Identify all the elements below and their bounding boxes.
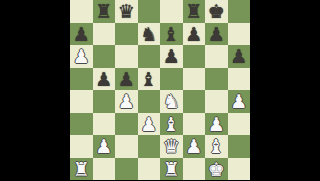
- square-b1[interactable]: [93, 158, 116, 181]
- square-g7[interactable]: ♟: [205, 23, 228, 46]
- square-c8[interactable]: ♛: [115, 0, 138, 23]
- square-g5[interactable]: [205, 68, 228, 91]
- piece-black-queen[interactable]: ♛: [118, 0, 135, 23]
- square-g1[interactable]: ♚: [205, 158, 228, 181]
- square-h1[interactable]: [228, 158, 251, 181]
- square-b4[interactable]: [93, 90, 116, 113]
- square-f1[interactable]: [183, 158, 206, 181]
- piece-black-pawn[interactable]: ♟: [163, 45, 180, 68]
- square-e2[interactable]: ♛: [160, 135, 183, 158]
- square-e6[interactable]: ♟: [160, 45, 183, 68]
- square-e3[interactable]: ♝: [160, 113, 183, 136]
- square-a2[interactable]: [70, 135, 93, 158]
- square-d7[interactable]: ♞: [138, 23, 161, 46]
- square-a6[interactable]: ♟: [70, 45, 93, 68]
- piece-black-pawn[interactable]: ♟: [118, 68, 135, 91]
- piece-white-pawn[interactable]: ♟: [118, 90, 135, 113]
- piece-black-pawn[interactable]: ♟: [73, 23, 90, 46]
- square-d6[interactable]: [138, 45, 161, 68]
- square-d8[interactable]: [138, 0, 161, 23]
- square-f7[interactable]: ♟: [183, 23, 206, 46]
- piece-white-bishop[interactable]: ♝: [163, 113, 180, 136]
- square-h7[interactable]: [228, 23, 251, 46]
- square-c6[interactable]: [115, 45, 138, 68]
- square-a7[interactable]: ♟: [70, 23, 93, 46]
- square-b2[interactable]: ♟: [93, 135, 116, 158]
- square-e7[interactable]: ♝: [160, 23, 183, 46]
- piece-white-knight[interactable]: ♞: [163, 90, 180, 113]
- square-h5[interactable]: [228, 68, 251, 91]
- piece-white-pawn[interactable]: ♟: [230, 90, 247, 113]
- square-d2[interactable]: [138, 135, 161, 158]
- square-a1[interactable]: ♜: [70, 158, 93, 181]
- piece-white-rook[interactable]: ♜: [73, 158, 90, 181]
- piece-black-bishop[interactable]: ♝: [140, 68, 157, 91]
- square-c3[interactable]: [115, 113, 138, 136]
- square-d1[interactable]: [138, 158, 161, 181]
- square-h3[interactable]: [228, 113, 251, 136]
- square-c4[interactable]: ♟: [115, 90, 138, 113]
- piece-black-bishop[interactable]: ♝: [163, 23, 180, 46]
- square-g4[interactable]: [205, 90, 228, 113]
- piece-white-pawn[interactable]: ♟: [208, 113, 225, 136]
- square-e5[interactable]: [160, 68, 183, 91]
- piece-white-pawn[interactable]: ♟: [185, 135, 202, 158]
- piece-white-pawn[interactable]: ♟: [95, 135, 112, 158]
- square-c1[interactable]: [115, 158, 138, 181]
- square-a4[interactable]: [70, 90, 93, 113]
- square-c2[interactable]: [115, 135, 138, 158]
- piece-white-king[interactable]: ♚: [208, 158, 225, 181]
- square-g3[interactable]: ♟: [205, 113, 228, 136]
- piece-white-rook[interactable]: ♜: [163, 158, 180, 181]
- piece-black-pawn[interactable]: ♟: [230, 45, 247, 68]
- square-g6[interactable]: [205, 45, 228, 68]
- square-b7[interactable]: [93, 23, 116, 46]
- square-b3[interactable]: [93, 113, 116, 136]
- square-a8[interactable]: [70, 0, 93, 23]
- square-h8[interactable]: [228, 0, 251, 23]
- square-a5[interactable]: [70, 68, 93, 91]
- piece-black-pawn[interactable]: ♟: [208, 23, 225, 46]
- square-c7[interactable]: [115, 23, 138, 46]
- piece-black-rook[interactable]: ♜: [185, 0, 202, 23]
- square-d5[interactable]: ♝: [138, 68, 161, 91]
- square-f5[interactable]: [183, 68, 206, 91]
- square-h2[interactable]: [228, 135, 251, 158]
- square-f4[interactable]: [183, 90, 206, 113]
- piece-white-bishop[interactable]: ♝: [208, 135, 225, 158]
- square-e4[interactable]: ♞: [160, 90, 183, 113]
- piece-black-rook[interactable]: ♜: [95, 0, 112, 23]
- piece-black-knight[interactable]: ♞: [140, 23, 157, 46]
- chess-board: ♜♛♜♚♟♞♝♟♟♟♟♟♟♟♝♟♞♟♟♝♟♟♛♟♝♜♜♚: [70, 0, 250, 180]
- square-g8[interactable]: ♚: [205, 0, 228, 23]
- piece-black-pawn[interactable]: ♟: [185, 23, 202, 46]
- square-a3[interactable]: [70, 113, 93, 136]
- square-c5[interactable]: ♟: [115, 68, 138, 91]
- square-b5[interactable]: ♟: [93, 68, 116, 91]
- square-e1[interactable]: ♜: [160, 158, 183, 181]
- square-f6[interactable]: [183, 45, 206, 68]
- square-e8[interactable]: [160, 0, 183, 23]
- square-d3[interactable]: ♟: [138, 113, 161, 136]
- piece-black-king[interactable]: ♚: [208, 0, 225, 23]
- square-b6[interactable]: [93, 45, 116, 68]
- square-f2[interactable]: ♟: [183, 135, 206, 158]
- square-h4[interactable]: ♟: [228, 90, 251, 113]
- square-b8[interactable]: ♜: [93, 0, 116, 23]
- piece-white-pawn[interactable]: ♟: [140, 113, 157, 136]
- square-g2[interactable]: ♝: [205, 135, 228, 158]
- piece-white-pawn[interactable]: ♟: [73, 45, 90, 68]
- square-h6[interactable]: ♟: [228, 45, 251, 68]
- square-f3[interactable]: [183, 113, 206, 136]
- piece-white-queen[interactable]: ♛: [163, 135, 180, 158]
- piece-black-pawn[interactable]: ♟: [95, 68, 112, 91]
- square-d4[interactable]: [138, 90, 161, 113]
- square-f8[interactable]: ♜: [183, 0, 206, 23]
